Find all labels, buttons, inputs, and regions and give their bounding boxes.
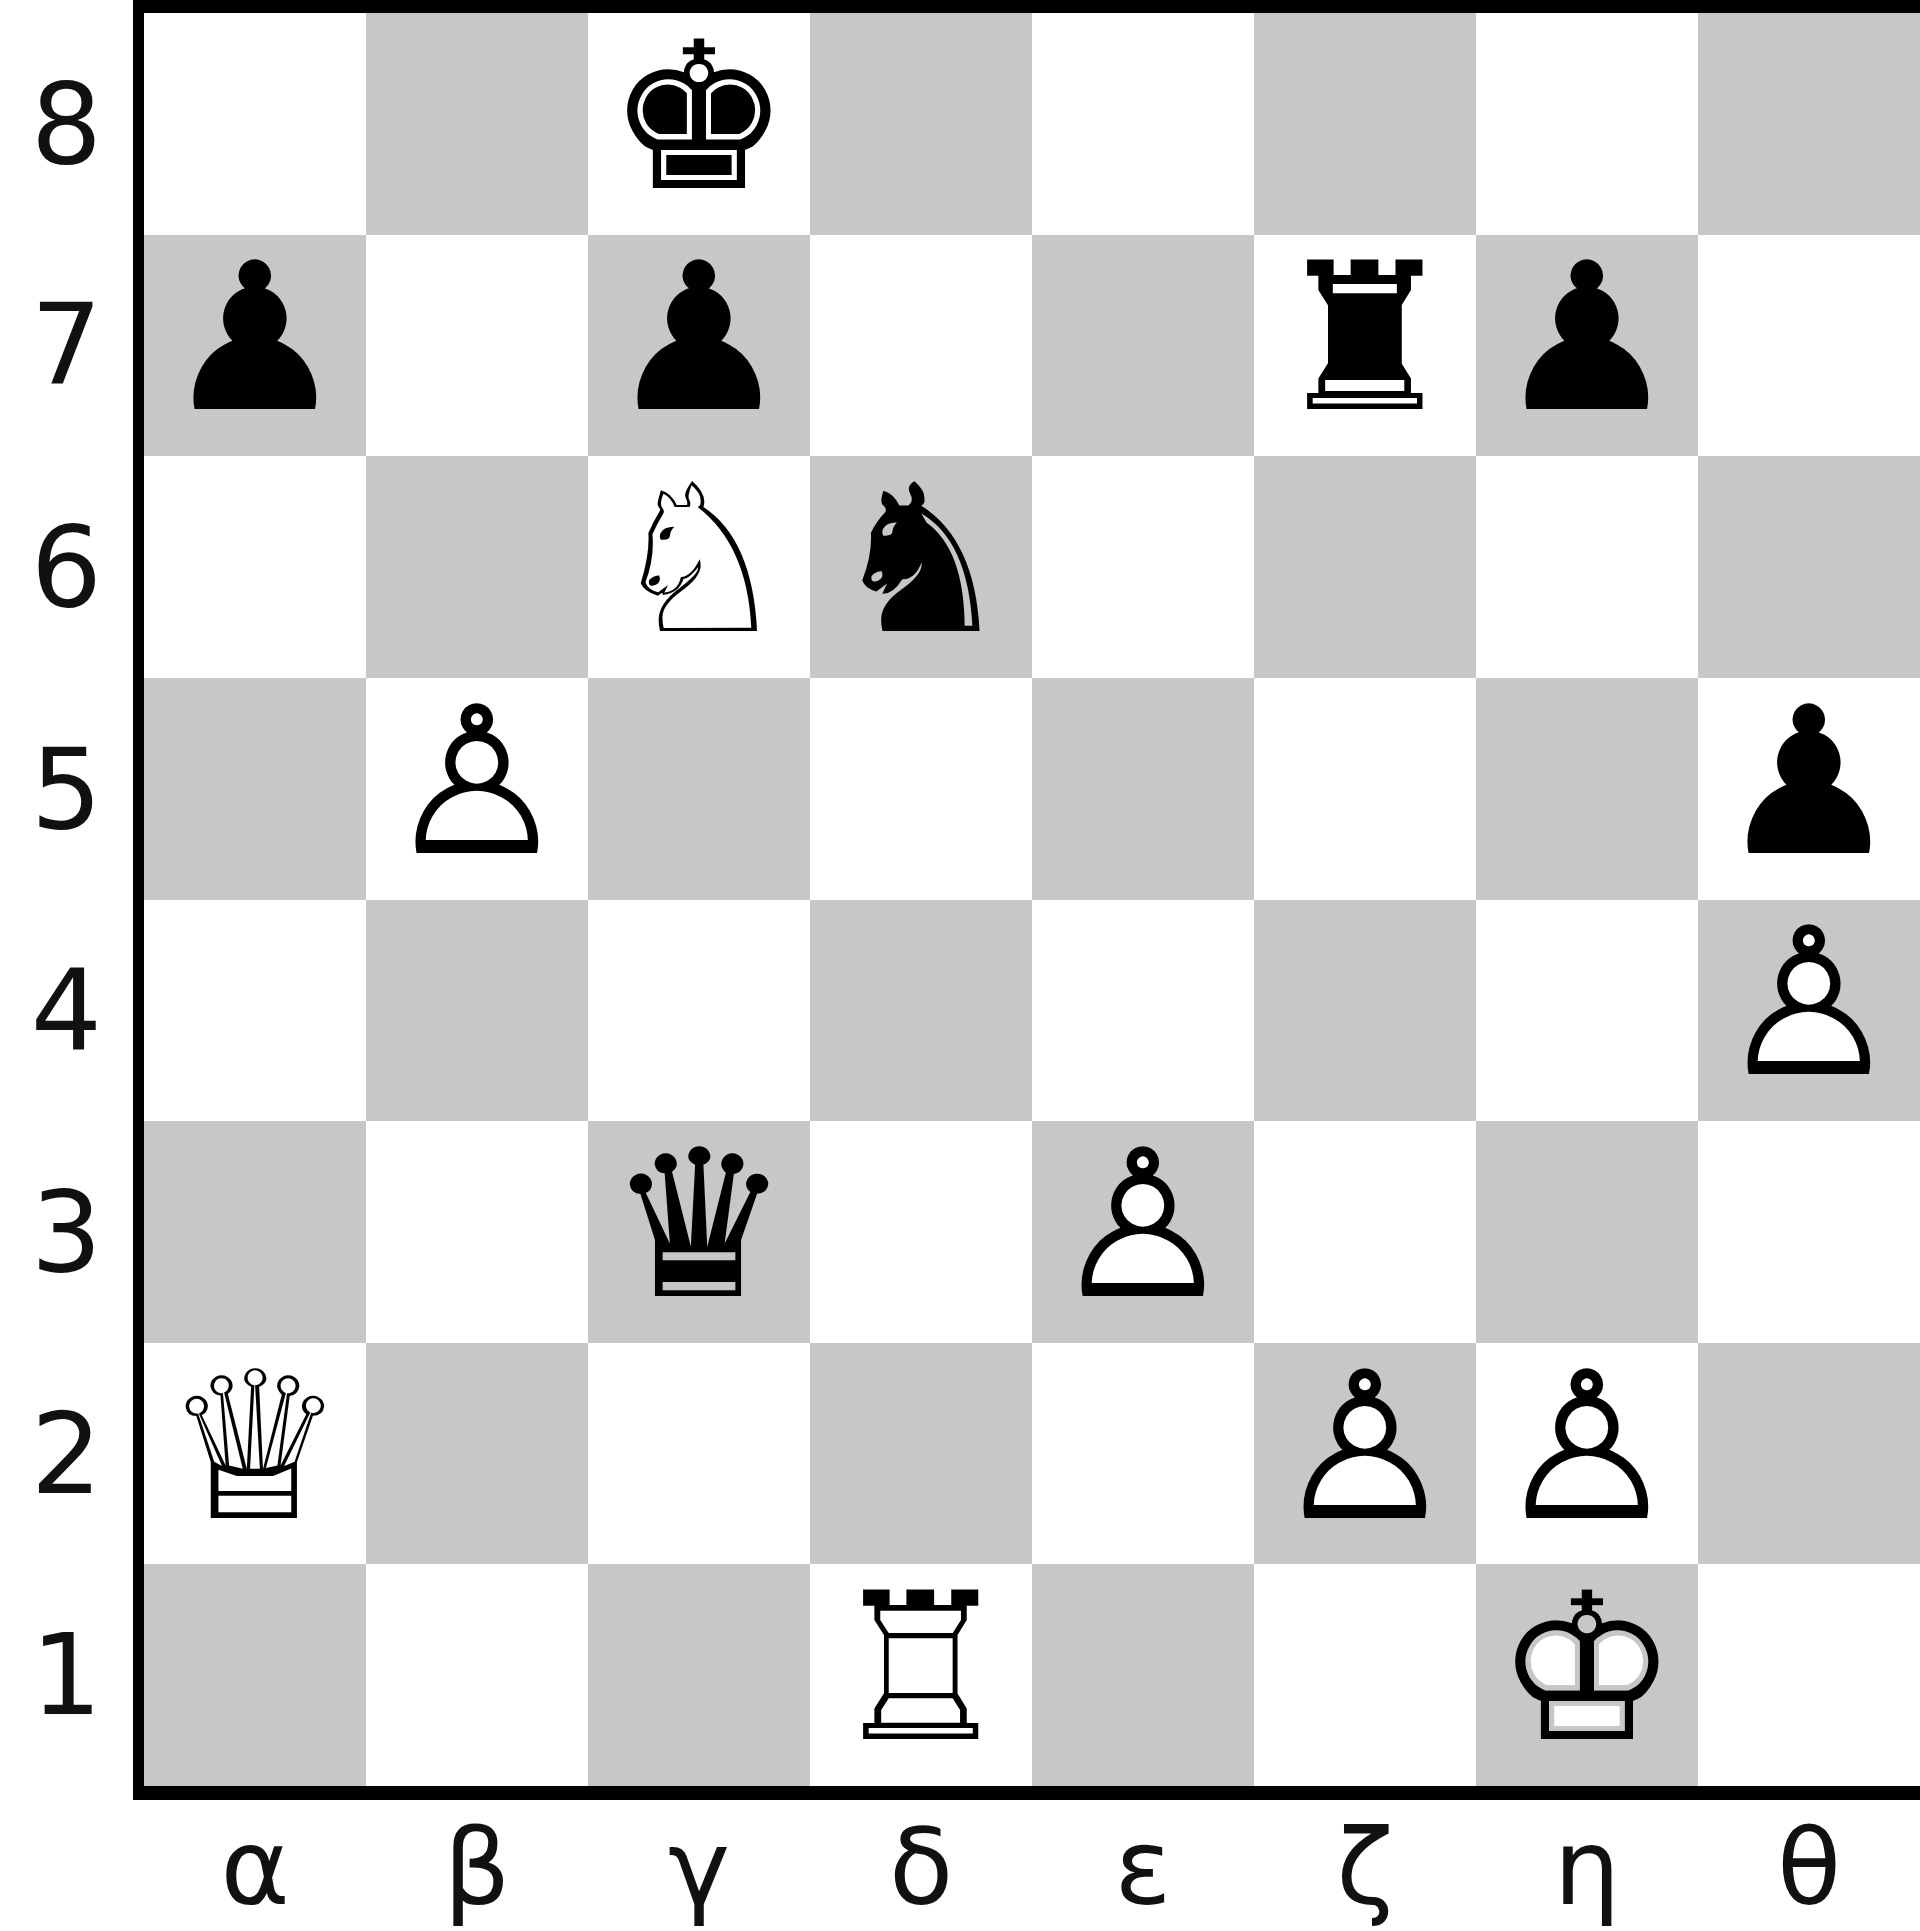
rank-label-2: 2 bbox=[0, 1343, 133, 1565]
square-δ3[interactable] bbox=[810, 1121, 1032, 1343]
black-queen-glyph: ♛ bbox=[588, 1123, 810, 1328]
square-θ8[interactable] bbox=[1698, 13, 1920, 235]
piece-white-pawn[interactable]: ♟♙ bbox=[366, 678, 588, 900]
square-δ8[interactable] bbox=[810, 13, 1032, 235]
square-θ6[interactable] bbox=[1698, 456, 1920, 678]
square-γ1[interactable] bbox=[588, 1564, 810, 1786]
black-king-glyph: ♚ bbox=[588, 15, 810, 220]
square-α8[interactable] bbox=[144, 13, 366, 235]
file-label-β: β bbox=[366, 1800, 588, 1931]
white-queen-glyph: ♕ bbox=[144, 1345, 366, 1550]
square-ζ5[interactable] bbox=[1254, 678, 1476, 900]
piece-black-pawn[interactable]: ♟ bbox=[144, 235, 366, 457]
chess-board: ♚♟♟♜♟♞♘♞♟♙♟♟♙♛♟♙♛♕♟♙♟♙♜♖♚♔ bbox=[133, 0, 1920, 1800]
square-ε4[interactable] bbox=[1032, 900, 1254, 1122]
piece-black-king[interactable]: ♚ bbox=[588, 13, 810, 235]
rank-label-7: 7 bbox=[0, 235, 133, 457]
square-θ2[interactable] bbox=[1698, 1343, 1920, 1565]
piece-white-pawn[interactable]: ♟♙ bbox=[1254, 1343, 1476, 1565]
square-ε3[interactable]: ♟♙ bbox=[1032, 1121, 1254, 1343]
piece-black-knight[interactable]: ♞ bbox=[810, 456, 1032, 678]
square-δ5[interactable] bbox=[810, 678, 1032, 900]
square-ε7[interactable] bbox=[1032, 235, 1254, 457]
chess-diagram-page: 87654321 ♚♟♟♜♟♞♘♞♟♙♟♟♙♛♟♙♛♕♟♙♟♙♜♖♚♔ αβγδ… bbox=[0, 0, 1920, 1931]
square-θ7[interactable] bbox=[1698, 235, 1920, 457]
black-pawn-glyph: ♟ bbox=[1476, 237, 1698, 442]
file-labels: αβγδεζηθ bbox=[144, 1800, 1920, 1931]
square-ζ6[interactable] bbox=[1254, 456, 1476, 678]
file-label-γ: γ bbox=[588, 1800, 810, 1931]
square-η6[interactable] bbox=[1476, 456, 1698, 678]
white-knight-glyph: ♘ bbox=[588, 458, 810, 663]
square-ζ4[interactable] bbox=[1254, 900, 1476, 1122]
piece-black-pawn[interactable]: ♟ bbox=[1698, 678, 1920, 900]
square-δ4[interactable] bbox=[810, 900, 1032, 1122]
square-β2[interactable] bbox=[366, 1343, 588, 1565]
square-ε8[interactable] bbox=[1032, 13, 1254, 235]
square-ζ8[interactable] bbox=[1254, 13, 1476, 235]
piece-white-rook[interactable]: ♜♖ bbox=[810, 1564, 1032, 1786]
piece-black-pawn[interactable]: ♟ bbox=[588, 235, 810, 457]
square-α6[interactable] bbox=[144, 456, 366, 678]
square-η5[interactable] bbox=[1476, 678, 1698, 900]
piece-black-rook[interactable]: ♜ bbox=[1254, 235, 1476, 457]
square-ε2[interactable] bbox=[1032, 1343, 1254, 1565]
square-γ3[interactable]: ♛ bbox=[588, 1121, 810, 1343]
square-δ7[interactable] bbox=[810, 235, 1032, 457]
rank-label-6: 6 bbox=[0, 456, 133, 678]
piece-white-pawn[interactable]: ♟♙ bbox=[1698, 900, 1920, 1122]
square-ε6[interactable] bbox=[1032, 456, 1254, 678]
square-α2[interactable]: ♛♕ bbox=[144, 1343, 366, 1565]
square-β7[interactable] bbox=[366, 235, 588, 457]
square-γ2[interactable] bbox=[588, 1343, 810, 1565]
square-α7[interactable]: ♟ bbox=[144, 235, 366, 457]
piece-white-king[interactable]: ♚♔ bbox=[1476, 1564, 1698, 1786]
black-pawn-glyph: ♟ bbox=[1698, 680, 1920, 885]
square-δ6[interactable]: ♞ bbox=[810, 456, 1032, 678]
square-δ1[interactable]: ♜♖ bbox=[810, 1564, 1032, 1786]
square-δ2[interactable] bbox=[810, 1343, 1032, 1565]
white-pawn-glyph: ♙ bbox=[1254, 1345, 1476, 1550]
file-label-ζ: ζ bbox=[1254, 1800, 1476, 1931]
square-η4[interactable] bbox=[1476, 900, 1698, 1122]
square-θ5[interactable]: ♟ bbox=[1698, 678, 1920, 900]
piece-white-knight[interactable]: ♞♘ bbox=[588, 456, 810, 678]
file-label-η: η bbox=[1476, 1800, 1698, 1931]
piece-black-queen[interactable]: ♛ bbox=[588, 1121, 810, 1343]
file-label-ε: ε bbox=[1032, 1800, 1254, 1931]
white-pawn-glyph: ♙ bbox=[1032, 1123, 1254, 1328]
square-η2[interactable]: ♟♙ bbox=[1476, 1343, 1698, 1565]
white-rook-glyph: ♖ bbox=[810, 1567, 1032, 1772]
square-β3[interactable] bbox=[366, 1121, 588, 1343]
white-pawn-glyph: ♙ bbox=[1476, 1345, 1698, 1550]
piece-white-pawn[interactable]: ♟♙ bbox=[1476, 1343, 1698, 1565]
file-label-α: α bbox=[144, 1800, 366, 1931]
square-γ7[interactable]: ♟ bbox=[588, 235, 810, 457]
square-γ5[interactable] bbox=[588, 678, 810, 900]
rank-label-8: 8 bbox=[0, 13, 133, 235]
square-β6[interactable] bbox=[366, 456, 588, 678]
square-β1[interactable] bbox=[366, 1564, 588, 1786]
square-θ4[interactable]: ♟♙ bbox=[1698, 900, 1920, 1122]
rank-label-3: 3 bbox=[0, 1121, 133, 1343]
black-pawn-glyph: ♟ bbox=[588, 237, 810, 442]
square-η1[interactable]: ♚♔ bbox=[1476, 1564, 1698, 1786]
square-β4[interactable] bbox=[366, 900, 588, 1122]
square-α5[interactable] bbox=[144, 678, 366, 900]
file-label-θ: θ bbox=[1698, 1800, 1920, 1931]
square-ε1[interactable] bbox=[1032, 1564, 1254, 1786]
file-label-δ: δ bbox=[810, 1800, 1032, 1931]
square-γ8[interactable]: ♚ bbox=[588, 13, 810, 235]
white-pawn-glyph: ♙ bbox=[1698, 902, 1920, 1107]
piece-white-queen[interactable]: ♛♕ bbox=[144, 1343, 366, 1565]
square-θ1[interactable] bbox=[1698, 1564, 1920, 1786]
square-γ4[interactable] bbox=[588, 900, 810, 1122]
black-knight-glyph: ♞ bbox=[810, 458, 1032, 663]
square-ζ7[interactable]: ♜ bbox=[1254, 235, 1476, 457]
square-ζ3[interactable] bbox=[1254, 1121, 1476, 1343]
square-ζ2[interactable]: ♟♙ bbox=[1254, 1343, 1476, 1565]
square-α1[interactable] bbox=[144, 1564, 366, 1786]
rank-label-1: 1 bbox=[0, 1564, 133, 1786]
square-θ3[interactable] bbox=[1698, 1121, 1920, 1343]
black-pawn-glyph: ♟ bbox=[144, 237, 366, 442]
square-γ6[interactable]: ♞♘ bbox=[588, 456, 810, 678]
square-η7[interactable]: ♟ bbox=[1476, 235, 1698, 457]
square-ε5[interactable] bbox=[1032, 678, 1254, 900]
square-α3[interactable] bbox=[144, 1121, 366, 1343]
rank-labels: 87654321 bbox=[0, 13, 133, 1786]
rank-label-5: 5 bbox=[0, 678, 133, 900]
white-pawn-glyph: ♙ bbox=[366, 680, 588, 885]
piece-black-pawn[interactable]: ♟ bbox=[1476, 235, 1698, 457]
square-β5[interactable]: ♟♙ bbox=[366, 678, 588, 900]
rank-label-4: 4 bbox=[0, 900, 133, 1122]
piece-white-pawn[interactable]: ♟♙ bbox=[1032, 1121, 1254, 1343]
square-η3[interactable] bbox=[1476, 1121, 1698, 1343]
white-king-glyph: ♔ bbox=[1476, 1567, 1698, 1772]
black-rook-glyph: ♜ bbox=[1254, 237, 1476, 442]
square-β8[interactable] bbox=[366, 13, 588, 235]
square-ζ1[interactable] bbox=[1254, 1564, 1476, 1786]
square-η8[interactable] bbox=[1476, 13, 1698, 235]
square-α4[interactable] bbox=[144, 900, 366, 1122]
